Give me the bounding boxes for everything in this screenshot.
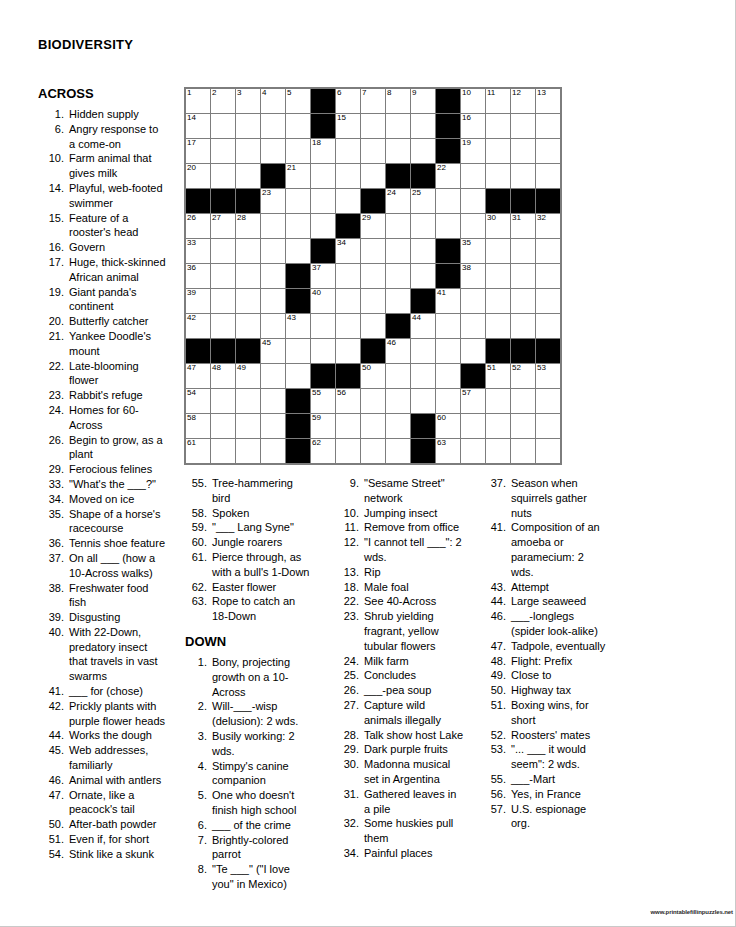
cell-r5c12[interactable]: [461, 189, 485, 213]
cell-r6c15[interactable]: 32: [536, 214, 560, 238]
block-cell-r4c9: [386, 164, 410, 188]
clue-across-46: 46.Animal with antlers: [38, 773, 184, 788]
clue-across-16: 16.Govern: [38, 240, 184, 255]
clue-text: On all ___ (how a 10-Across walks): [69, 551, 167, 581]
cell-r6c14[interactable]: 31: [511, 214, 535, 238]
cell-r6c11[interactable]: [436, 214, 460, 238]
cell-number: 47: [187, 363, 196, 372]
cell-r13c11[interactable]: [436, 389, 460, 413]
cell-r7c10[interactable]: [411, 239, 435, 263]
clue-text: Concludes: [364, 668, 464, 683]
clue-across-36: 36.Tennis shoe feature: [38, 536, 184, 551]
clue-text: Govern: [69, 240, 167, 255]
cell-r15c13[interactable]: [486, 439, 510, 463]
cell-r5c11[interactable]: [436, 189, 460, 213]
cell-r6c9[interactable]: [386, 214, 410, 238]
cell-r14c12[interactable]: [461, 414, 485, 438]
cell-r15c6[interactable]: 62: [311, 439, 335, 463]
cell-number: 49: [237, 363, 246, 372]
clue-number: 57.: [484, 802, 506, 817]
clue-across-54: 54.Stink like a skunk: [38, 847, 184, 862]
clue-number: 40.: [38, 625, 64, 640]
cell-r3c6[interactable]: 18: [311, 139, 335, 163]
cell-r15c4[interactable]: [261, 439, 285, 463]
cell-r11c5[interactable]: [286, 339, 310, 363]
clue-number: 58.: [185, 506, 207, 521]
cell-r3c10[interactable]: [411, 139, 435, 163]
cell-r7c7[interactable]: 34: [336, 239, 360, 263]
cell-r3c15[interactable]: [536, 139, 560, 163]
clue-text: Talk show host Lake: [364, 728, 464, 743]
cell-number: 13: [537, 88, 546, 97]
block-cell-r14c5: [286, 414, 310, 438]
clue-down-41: 41.Composition of an amoeba or parameciu…: [484, 520, 620, 579]
cell-r7c2[interactable]: [211, 239, 235, 263]
clue-text: Gathered leaves in a pile: [364, 787, 464, 817]
cell-r13c3[interactable]: [236, 389, 260, 413]
cell-r10c11[interactable]: [436, 314, 460, 338]
clue-down-8: 8."Te ___" ("I love you" in Mexico): [185, 862, 331, 892]
cell-r3c3[interactable]: [236, 139, 260, 163]
cell-r15c1[interactable]: 61: [186, 439, 210, 463]
cell-r4c5[interactable]: 21: [286, 164, 310, 188]
cell-r13c13[interactable]: [486, 389, 510, 413]
clue-text: Tennis shoe feature: [69, 536, 167, 551]
cell-r8c8[interactable]: [361, 264, 385, 288]
clue-number: 51.: [484, 698, 506, 713]
cell-r7c1[interactable]: 33: [186, 239, 210, 263]
clue-number: 59.: [185, 520, 207, 535]
cell-r12c10[interactable]: [411, 364, 435, 388]
cell-r1c12[interactable]: 10: [461, 89, 485, 113]
crossword-page: BIODIVERSITY 123456789101112131415161718…: [0, 0, 736, 927]
cell-r1c14[interactable]: 12: [511, 89, 535, 113]
cell-r12c13[interactable]: 51: [486, 364, 510, 388]
cell-r6c6[interactable]: [311, 214, 335, 238]
cell-r7c15[interactable]: [536, 239, 560, 263]
clue-number: 6.: [38, 122, 64, 137]
cell-r14c2[interactable]: [211, 414, 235, 438]
block-cell-r5c3: [236, 189, 260, 213]
cell-r11c9[interactable]: 46: [386, 339, 410, 363]
cell-r14c9[interactable]: [386, 414, 410, 438]
cell-r5c7[interactable]: [336, 189, 360, 213]
cell-r1c7[interactable]: 6: [336, 89, 360, 113]
cell-r5c5[interactable]: [286, 189, 310, 213]
cell-r10c12[interactable]: [461, 314, 485, 338]
clue-text: Freshwater food fish: [69, 581, 167, 611]
clue-down-53: 53."... ___ it would seem": 2 wds.: [484, 742, 620, 772]
block-cell-r11c2: [211, 339, 235, 363]
cell-r10c5[interactable]: 43: [286, 314, 310, 338]
cell-r13c10[interactable]: [411, 389, 435, 413]
cell-r4c2[interactable]: [211, 164, 235, 188]
clue-across-45: 45.Web addresses, familiarly: [38, 743, 184, 773]
cell-r15c11[interactable]: 63: [436, 439, 460, 463]
cell-r1c4[interactable]: 4: [261, 89, 285, 113]
cell-r2c10[interactable]: [411, 114, 435, 138]
cell-r8c6[interactable]: 37: [311, 264, 335, 288]
cell-r13c7[interactable]: 56: [336, 389, 360, 413]
clue-number: 31.: [337, 787, 359, 802]
cell-r10c3[interactable]: [236, 314, 260, 338]
cell-r10c14[interactable]: [511, 314, 535, 338]
cell-r13c8[interactable]: [361, 389, 385, 413]
cell-r4c11[interactable]: 22: [436, 164, 460, 188]
cell-r2c3[interactable]: [236, 114, 260, 138]
cell-r11c11[interactable]: [436, 339, 460, 363]
cell-r9c11[interactable]: 41: [436, 289, 460, 313]
cell-number: 38: [462, 263, 471, 272]
cell-r10c4[interactable]: [261, 314, 285, 338]
cell-r3c5[interactable]: [286, 139, 310, 163]
clue-number: 26.: [337, 683, 359, 698]
cell-r2c12[interactable]: 16: [461, 114, 485, 138]
cell-r5c4[interactable]: 23: [261, 189, 285, 213]
cell-r11c12[interactable]: [461, 339, 485, 363]
cell-r2c5[interactable]: [286, 114, 310, 138]
clue-across-29: 29.Ferocious felines: [38, 462, 184, 477]
cell-r3c14[interactable]: [511, 139, 535, 163]
block-cell-r3c11: [436, 139, 460, 163]
cell-r5c9[interactable]: 24: [386, 189, 410, 213]
cell-r12c2[interactable]: 48: [211, 364, 235, 388]
cell-r13c12[interactable]: 57: [461, 389, 485, 413]
cell-r6c5[interactable]: [286, 214, 310, 238]
clue-number: 6.: [185, 818, 207, 833]
cell-r1c9[interactable]: 8: [386, 89, 410, 113]
block-cell-r5c13: [486, 189, 510, 213]
clue-text: Remove from office: [364, 520, 464, 535]
cell-number: 55: [312, 388, 321, 397]
clue-text: Moved on ice: [69, 492, 167, 507]
clue-number: 47.: [484, 639, 506, 654]
clue-number: 51.: [38, 832, 64, 847]
clue-number: 16.: [38, 240, 64, 255]
cell-r9c15[interactable]: [536, 289, 560, 313]
cell-r11c10[interactable]: [411, 339, 435, 363]
cell-r15c14[interactable]: [511, 439, 535, 463]
cell-r15c12[interactable]: [461, 439, 485, 463]
cell-r14c6[interactable]: 59: [311, 414, 335, 438]
cell-r8c12[interactable]: 38: [461, 264, 485, 288]
clue-text: "Te ___" ("I love you" in Mexico): [212, 862, 311, 892]
block-cell-r15c5: [286, 439, 310, 463]
clue-number: 56.: [484, 787, 506, 802]
cell-r12c11[interactable]: [436, 364, 460, 388]
cell-r2c1[interactable]: 14: [186, 114, 210, 138]
cell-number: 62: [312, 438, 321, 447]
block-cell-r1c6: [311, 89, 335, 113]
cell-r14c1[interactable]: 58: [186, 414, 210, 438]
clue-across-23: 23.Rabbit's refuge: [38, 388, 184, 403]
cell-r10c15[interactable]: [536, 314, 560, 338]
cell-r7c4[interactable]: [261, 239, 285, 263]
clue-text: Butterfly catcher: [69, 314, 167, 329]
cell-r15c3[interactable]: [236, 439, 260, 463]
cell-r7c9[interactable]: [386, 239, 410, 263]
clue-across-42: 42.Prickly plants with purple flower hea…: [38, 699, 184, 729]
cell-r3c2[interactable]: [211, 139, 235, 163]
cell-r3c7[interactable]: [336, 139, 360, 163]
cell-r1c1[interactable]: 1: [186, 89, 210, 113]
cell-r10c6[interactable]: [311, 314, 335, 338]
clue-down-47: 47.Tadpole, eventually: [484, 639, 620, 654]
cell-r7c12[interactable]: 35: [461, 239, 485, 263]
cell-r8c7[interactable]: [336, 264, 360, 288]
cell-r3c4[interactable]: [261, 139, 285, 163]
cell-r6c12[interactable]: [461, 214, 485, 238]
cell-r12c15[interactable]: 53: [536, 364, 560, 388]
clue-text: Jungle roarers: [212, 535, 311, 550]
clue-number: 2.: [185, 699, 207, 714]
cell-r9c6[interactable]: 40: [311, 289, 335, 313]
cell-r13c6[interactable]: 55: [311, 389, 335, 413]
clue-text: See 40-Across: [364, 594, 464, 609]
cell-r2c9[interactable]: [386, 114, 410, 138]
cell-r6c4[interactable]: [261, 214, 285, 238]
clue-down-24: 24.Milk farm: [337, 654, 479, 669]
clue-across-35: 35.Shape of a horse's racecourse: [38, 507, 184, 537]
cell-r2c15[interactable]: [536, 114, 560, 138]
clue-number: 17.: [38, 255, 64, 270]
clue-text: Some huskies pull them: [364, 816, 464, 846]
clue-number: 55.: [185, 476, 207, 491]
cell-r8c15[interactable]: [536, 264, 560, 288]
cell-r4c6[interactable]: [311, 164, 335, 188]
cell-r4c12[interactable]: [461, 164, 485, 188]
clue-text: Giant panda's continent: [69, 285, 167, 315]
cell-r1c2[interactable]: 2: [211, 89, 235, 113]
cell-r15c7[interactable]: [336, 439, 360, 463]
clue-number: 28.: [337, 728, 359, 743]
cell-r2c2[interactable]: [211, 114, 235, 138]
cell-r4c14[interactable]: [511, 164, 535, 188]
clue-text: "... ___ it would seem": 2 wds.: [511, 742, 607, 772]
down-clue-list-continued-2: 37.Season when squirrels gather nuts41.C…: [484, 476, 620, 831]
cell-r10c2[interactable]: [211, 314, 235, 338]
cell-r8c14[interactable]: [511, 264, 535, 288]
clue-number: 25.: [337, 668, 359, 683]
cell-r4c13[interactable]: [486, 164, 510, 188]
clue-down-12: 12."I cannot tell ___": 2 wds.: [337, 535, 479, 565]
cell-r4c15[interactable]: [536, 164, 560, 188]
cell-r9c3[interactable]: [236, 289, 260, 313]
cell-r14c4[interactable]: [261, 414, 285, 438]
cell-r8c13[interactable]: [486, 264, 510, 288]
clue-text: "Sesame Street" network: [364, 476, 464, 506]
cell-r8c3[interactable]: [236, 264, 260, 288]
cell-r7c8[interactable]: [361, 239, 385, 263]
cell-r9c13[interactable]: [486, 289, 510, 313]
cell-r15c9[interactable]: [386, 439, 410, 463]
cell-r7c3[interactable]: [236, 239, 260, 263]
clue-text: Close to: [511, 668, 607, 683]
cell-r6c2[interactable]: 27: [211, 214, 235, 238]
clues-column-2: 55.Tree-hammering bird58.Spoken59."___ L…: [185, 476, 331, 892]
cell-r3c12[interactable]: 19: [461, 139, 485, 163]
cell-number: 28: [237, 213, 246, 222]
cell-r12c3[interactable]: 49: [236, 364, 260, 388]
cell-r12c5[interactable]: [286, 364, 310, 388]
cell-r3c8[interactable]: [361, 139, 385, 163]
clue-number: 29.: [38, 462, 64, 477]
clue-down-23: 23.Shrub yielding fragrant, yellow tubul…: [337, 609, 479, 653]
cell-r14c8[interactable]: [361, 414, 385, 438]
cell-r14c14[interactable]: [511, 414, 535, 438]
cell-r9c12[interactable]: [461, 289, 485, 313]
clue-across-19: 19.Giant panda's continent: [38, 285, 184, 315]
clue-down-48: 48.Flight: Prefix: [484, 654, 620, 669]
block-cell-r5c1: [186, 189, 210, 213]
cell-r11c7[interactable]: [336, 339, 360, 363]
clue-number: 43.: [484, 580, 506, 595]
cell-r4c7[interactable]: [336, 164, 360, 188]
clue-text: Works the dough: [69, 728, 167, 743]
cell-r10c10[interactable]: 44: [411, 314, 435, 338]
clue-text: Prickly plants with purple flower heads: [69, 699, 167, 729]
clue-down-55: 55.___-Mart: [484, 772, 620, 787]
clue-text: Homes for 60-Across: [69, 403, 167, 433]
cell-r1c10[interactable]: 9: [411, 89, 435, 113]
block-cell-r1c11: [436, 89, 460, 113]
clue-number: 36.: [38, 536, 64, 551]
cell-r13c2[interactable]: [211, 389, 235, 413]
cell-r2c13[interactable]: [486, 114, 510, 138]
cell-r1c3[interactable]: 3: [236, 89, 260, 113]
cell-r6c1[interactable]: 26: [186, 214, 210, 238]
down-header: DOWN: [185, 635, 331, 649]
cell-r3c13[interactable]: [486, 139, 510, 163]
cell-r10c8[interactable]: [361, 314, 385, 338]
cell-r12c14[interactable]: 52: [511, 364, 535, 388]
cell-r14c11[interactable]: 60: [436, 414, 460, 438]
clue-number: 42.: [38, 699, 64, 714]
clue-across-44: 44.Works the dough: [38, 728, 184, 743]
cell-r15c2[interactable]: [211, 439, 235, 463]
clue-number: 30.: [337, 757, 359, 772]
cell-r9c7[interactable]: [336, 289, 360, 313]
cell-r10c1[interactable]: 42: [186, 314, 210, 338]
clue-text: Madonna musical set in Argentina: [364, 757, 464, 787]
cell-r4c8[interactable]: [361, 164, 385, 188]
clue-down-11: 11.Remove from office: [337, 520, 479, 535]
cell-r7c13[interactable]: [486, 239, 510, 263]
cell-r14c3[interactable]: [236, 414, 260, 438]
cell-r13c15[interactable]: [536, 389, 560, 413]
clue-down-52: 52.Roosters' mates: [484, 728, 620, 743]
clue-text: "What's the ___?": [69, 477, 167, 492]
cell-r2c4[interactable]: [261, 114, 285, 138]
cell-number: 50: [362, 363, 371, 372]
clue-down-9: 9."Sesame Street" network: [337, 476, 479, 506]
cell-r2c8[interactable]: [361, 114, 385, 138]
cell-r12c9[interactable]: [386, 364, 410, 388]
cell-r13c14[interactable]: [511, 389, 535, 413]
cell-r13c9[interactable]: [386, 389, 410, 413]
clue-number: 12.: [337, 535, 359, 550]
cell-r1c8[interactable]: 7: [361, 89, 385, 113]
cell-r1c15[interactable]: 13: [536, 89, 560, 113]
cell-r4c1[interactable]: 20: [186, 164, 210, 188]
clue-down-44: 44.Large seaweed: [484, 594, 620, 609]
cell-r2c7[interactable]: 15: [336, 114, 360, 138]
clue-number: 10.: [337, 506, 359, 521]
clue-down-34: 34.Painful places: [337, 846, 479, 861]
cell-r8c10[interactable]: [411, 264, 435, 288]
cell-r14c13[interactable]: [486, 414, 510, 438]
cell-number: 44: [412, 313, 421, 322]
cell-r5c6[interactable]: [311, 189, 335, 213]
cell-r10c13[interactable]: [486, 314, 510, 338]
cell-r1c5[interactable]: 5: [286, 89, 310, 113]
cell-r11c4[interactable]: 45: [261, 339, 285, 363]
cell-r14c15[interactable]: [536, 414, 560, 438]
cell-r3c1[interactable]: 17: [186, 139, 210, 163]
cell-r9c2[interactable]: [211, 289, 235, 313]
clue-text: ___-pea soup: [364, 683, 464, 698]
cell-number: 52: [512, 363, 521, 372]
clue-text: Rabbit's refuge: [69, 388, 167, 403]
cell-r2c14[interactable]: [511, 114, 535, 138]
cell-r8c1[interactable]: 36: [186, 264, 210, 288]
cell-r6c8[interactable]: 29: [361, 214, 385, 238]
cell-r12c4[interactable]: [261, 364, 285, 388]
block-cell-r11c14: [511, 339, 535, 363]
clue-text: Playful, web-footed swimmer: [69, 181, 167, 211]
cell-r8c4[interactable]: [261, 264, 285, 288]
cell-number: 18: [312, 138, 321, 147]
clue-text: U.S. espionage org.: [511, 802, 607, 832]
cell-r6c3[interactable]: 28: [236, 214, 260, 238]
clue-number: 41.: [484, 520, 506, 535]
cell-r6c13[interactable]: 30: [486, 214, 510, 238]
clue-number: 60.: [185, 535, 207, 550]
cell-r7c14[interactable]: [511, 239, 535, 263]
cell-r8c9[interactable]: [386, 264, 410, 288]
cell-r14c7[interactable]: [336, 414, 360, 438]
cell-r8c2[interactable]: [211, 264, 235, 288]
cell-r5c10[interactable]: 25: [411, 189, 435, 213]
cell-r7c5[interactable]: [286, 239, 310, 263]
cell-number: 3: [237, 88, 241, 97]
cell-r13c1[interactable]: 54: [186, 389, 210, 413]
cell-r10c7[interactable]: [336, 314, 360, 338]
cell-r15c8[interactable]: [361, 439, 385, 463]
cell-r4c3[interactable]: [236, 164, 260, 188]
clue-down-37: 37.Season when squirrels gather nuts: [484, 476, 620, 520]
cell-r11c6[interactable]: [311, 339, 335, 363]
cell-r15c15[interactable]: [536, 439, 560, 463]
cell-r9c1[interactable]: 39: [186, 289, 210, 313]
cell-r6c10[interactable]: [411, 214, 435, 238]
cell-r9c14[interactable]: [511, 289, 535, 313]
clue-number: 54.: [38, 847, 64, 862]
clue-number: 23.: [337, 609, 359, 624]
cell-r9c9[interactable]: [386, 289, 410, 313]
cell-r3c9[interactable]: [386, 139, 410, 163]
clue-number: 24.: [38, 403, 64, 418]
cell-r12c8[interactable]: 50: [361, 364, 385, 388]
clue-number: 62.: [185, 580, 207, 595]
cell-r1c13[interactable]: 11: [486, 89, 510, 113]
cell-r13c4[interactable]: [261, 389, 285, 413]
clue-text: Begin to grow, as a plant: [69, 433, 167, 463]
cell-r12c1[interactable]: 47: [186, 364, 210, 388]
clue-across-26: 26.Begin to grow, as a plant: [38, 433, 184, 463]
cell-r9c8[interactable]: [361, 289, 385, 313]
cell-r9c4[interactable]: [261, 289, 285, 313]
